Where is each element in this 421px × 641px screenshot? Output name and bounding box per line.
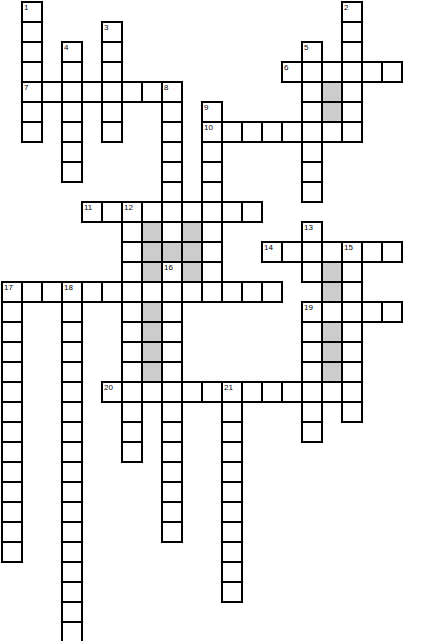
clue-number-7: 7 bbox=[24, 83, 28, 92]
cell-c1-r6[interactable] bbox=[21, 121, 43, 143]
cell-c11-r6[interactable] bbox=[221, 121, 243, 143]
cell-c5-r2[interactable] bbox=[101, 41, 123, 63]
cell-c6-r10[interactable]: 12 bbox=[121, 201, 143, 223]
cell-c16-r12[interactable] bbox=[321, 241, 343, 263]
shaded-cell-c9-r11 bbox=[181, 221, 203, 243]
cell-c6-r17[interactable] bbox=[121, 341, 143, 363]
cell-c18-r12[interactable] bbox=[361, 241, 383, 263]
cell-c15-r8[interactable] bbox=[301, 161, 323, 183]
cell-c17-r12[interactable]: 15 bbox=[341, 241, 363, 263]
clue-number-11: 11 bbox=[84, 203, 92, 212]
cell-c11-r27[interactable] bbox=[221, 541, 243, 563]
clue-number-10: 10 bbox=[204, 123, 213, 132]
cell-c10-r9[interactable] bbox=[201, 181, 223, 203]
cell-c1-r3[interactable] bbox=[21, 61, 43, 83]
cell-c3-r26[interactable] bbox=[61, 521, 83, 543]
cell-c17-r17[interactable] bbox=[341, 341, 363, 363]
cell-c15-r18[interactable] bbox=[301, 361, 323, 383]
cell-c17-r20[interactable] bbox=[341, 401, 363, 423]
cell-c15-r7[interactable] bbox=[301, 141, 323, 163]
cell-c17-r19[interactable] bbox=[341, 381, 363, 403]
cell-c4-r14[interactable] bbox=[81, 281, 103, 303]
cell-c3-r29[interactable] bbox=[61, 581, 83, 603]
cell-c11-r10[interactable] bbox=[221, 201, 243, 223]
cell-c8-r6[interactable] bbox=[161, 121, 183, 143]
cell-c3-r21[interactable] bbox=[61, 421, 83, 443]
cell-c0-r26[interactable] bbox=[1, 521, 23, 543]
cell-c10-r5[interactable]: 9 bbox=[201, 101, 223, 123]
shaded-cell-c9-r12 bbox=[181, 241, 203, 263]
cell-c7-r19[interactable] bbox=[141, 381, 163, 403]
cell-c15-r6[interactable] bbox=[301, 121, 323, 143]
cell-c8-r9[interactable] bbox=[161, 181, 183, 203]
cell-c15-r17[interactable] bbox=[301, 341, 323, 363]
cell-c7-r4[interactable] bbox=[141, 81, 163, 103]
cell-c8-r10[interactable] bbox=[161, 201, 183, 223]
cell-c15-r5[interactable] bbox=[301, 101, 323, 123]
cell-c17-r3[interactable] bbox=[341, 61, 363, 83]
cell-c2-r4[interactable] bbox=[41, 81, 63, 103]
cell-c12-r6[interactable] bbox=[241, 121, 263, 143]
cell-c11-r20[interactable] bbox=[221, 401, 243, 423]
cell-c8-r25[interactable] bbox=[161, 501, 183, 523]
cell-c12-r14[interactable] bbox=[241, 281, 263, 303]
cell-c1-r14[interactable] bbox=[21, 281, 43, 303]
cell-c1-r2[interactable] bbox=[21, 41, 43, 63]
cell-c17-r2[interactable] bbox=[341, 41, 363, 63]
cell-c17-r13[interactable] bbox=[341, 261, 363, 283]
cell-c3-r14[interactable]: 18 bbox=[61, 281, 83, 303]
cell-c17-r18[interactable] bbox=[341, 361, 363, 383]
cell-c13-r14[interactable] bbox=[261, 281, 283, 303]
cell-c1-r1[interactable] bbox=[21, 21, 43, 43]
cell-c6-r18[interactable] bbox=[121, 361, 143, 383]
cell-c11-r24[interactable] bbox=[221, 481, 243, 503]
cell-c15-r12[interactable] bbox=[301, 241, 323, 263]
clue-number-17: 17 bbox=[4, 283, 13, 292]
cell-c8-r26[interactable] bbox=[161, 521, 183, 543]
cell-c8-r4[interactable]: 8 bbox=[161, 81, 183, 103]
cell-c17-r6[interactable] bbox=[341, 121, 363, 143]
cell-c15-r16[interactable] bbox=[301, 321, 323, 343]
cell-c9-r10[interactable] bbox=[181, 201, 203, 223]
cell-c6-r15[interactable] bbox=[121, 301, 143, 323]
cell-c6-r4[interactable] bbox=[121, 81, 143, 103]
cell-c3-r15[interactable] bbox=[61, 301, 83, 323]
clue-number-2: 2 bbox=[344, 3, 348, 12]
cell-c5-r6[interactable] bbox=[101, 121, 123, 143]
clue-number-4: 4 bbox=[64, 43, 68, 52]
cell-c0-r25[interactable] bbox=[1, 501, 23, 523]
shaded-cell-c7-r17 bbox=[141, 341, 163, 363]
cell-c19-r12[interactable] bbox=[381, 241, 403, 263]
cell-c0-r22[interactable] bbox=[1, 441, 23, 463]
cell-c5-r4[interactable] bbox=[101, 81, 123, 103]
cell-c19-r3[interactable] bbox=[381, 61, 403, 83]
cell-c11-r25[interactable] bbox=[221, 501, 243, 523]
clue-number-6: 6 bbox=[284, 63, 288, 72]
cell-c14-r6[interactable] bbox=[281, 121, 303, 143]
cell-c6-r12[interactable] bbox=[121, 241, 143, 263]
cell-c17-r16[interactable] bbox=[341, 321, 363, 343]
cell-c5-r19[interactable]: 20 bbox=[101, 381, 123, 403]
cell-c5-r10[interactable] bbox=[101, 201, 123, 223]
cell-c0-r18[interactable] bbox=[1, 361, 23, 383]
cell-c3-r3[interactable] bbox=[61, 61, 83, 83]
cell-c2-r14[interactable] bbox=[41, 281, 63, 303]
cell-c3-r16[interactable] bbox=[61, 321, 83, 343]
clue-number-19: 19 bbox=[304, 303, 313, 312]
cell-c3-r24[interactable] bbox=[61, 481, 83, 503]
cell-c17-r15[interactable] bbox=[341, 301, 363, 323]
cell-c8-r24[interactable] bbox=[161, 481, 183, 503]
cell-c0-r19[interactable] bbox=[1, 381, 23, 403]
cell-c11-r22[interactable] bbox=[221, 441, 243, 463]
cell-c15-r21[interactable] bbox=[301, 421, 323, 443]
cell-c10-r19[interactable] bbox=[201, 381, 223, 403]
shaded-cell-c7-r11 bbox=[141, 221, 163, 243]
cell-c12-r10[interactable] bbox=[241, 201, 263, 223]
cell-c8-r22[interactable] bbox=[161, 441, 183, 463]
cell-c6-r11[interactable] bbox=[121, 221, 143, 243]
cell-c3-r30[interactable] bbox=[61, 601, 83, 623]
cell-c8-r21[interactable] bbox=[161, 421, 183, 443]
cell-c11-r21[interactable] bbox=[221, 421, 243, 443]
cell-c3-r31[interactable] bbox=[61, 621, 83, 641]
cell-c1-r0[interactable]: 1 bbox=[21, 1, 43, 23]
cell-c15-r11[interactable]: 13 bbox=[301, 221, 323, 243]
cell-c13-r19[interactable] bbox=[261, 381, 283, 403]
cell-c10-r13[interactable] bbox=[201, 261, 223, 283]
shaded-cell-c7-r12 bbox=[141, 241, 163, 263]
cell-c13-r12[interactable]: 14 bbox=[261, 241, 283, 263]
shaded-cell-c16-r17 bbox=[321, 341, 343, 363]
clue-number-20: 20 bbox=[104, 383, 113, 392]
cell-c10-r12[interactable] bbox=[201, 241, 223, 263]
cell-c15-r15[interactable]: 19 bbox=[301, 301, 323, 323]
cell-c1-r5[interactable] bbox=[21, 101, 43, 123]
cell-c3-r19[interactable] bbox=[61, 381, 83, 403]
clue-number-18: 18 bbox=[64, 283, 73, 292]
cell-c3-r23[interactable] bbox=[61, 461, 83, 483]
cell-c6-r22[interactable] bbox=[121, 441, 143, 463]
cell-c9-r14[interactable] bbox=[181, 281, 203, 303]
shaded-cell-c7-r15 bbox=[141, 301, 163, 323]
cell-c8-r17[interactable] bbox=[161, 341, 183, 363]
cell-c3-r20[interactable] bbox=[61, 401, 83, 423]
cell-c6-r16[interactable] bbox=[121, 321, 143, 343]
cell-c0-r24[interactable] bbox=[1, 481, 23, 503]
cell-c6-r13[interactable] bbox=[121, 261, 143, 283]
shaded-cell-c16-r14 bbox=[321, 281, 343, 303]
cell-c10-r6[interactable]: 10 bbox=[201, 121, 223, 143]
cell-c5-r5[interactable] bbox=[101, 101, 123, 123]
shaded-cell-c7-r13 bbox=[141, 261, 163, 283]
cell-c17-r0[interactable]: 2 bbox=[341, 1, 363, 23]
cell-c16-r6[interactable] bbox=[321, 121, 343, 143]
cell-c0-r27[interactable] bbox=[1, 541, 23, 563]
cell-c0-r15[interactable] bbox=[1, 301, 23, 323]
cell-c11-r29[interactable] bbox=[221, 581, 243, 603]
cell-c14-r12[interactable] bbox=[281, 241, 303, 263]
cell-c16-r3[interactable] bbox=[321, 61, 343, 83]
clue-number-12: 12 bbox=[124, 203, 133, 212]
shaded-cell-c16-r4 bbox=[321, 81, 343, 103]
cell-c11-r26[interactable] bbox=[221, 521, 243, 543]
cell-c3-r17[interactable] bbox=[61, 341, 83, 363]
shaded-cell-c8-r12 bbox=[161, 241, 183, 263]
cell-c3-r27[interactable] bbox=[61, 541, 83, 563]
clue-number-14: 14 bbox=[264, 243, 273, 252]
cell-c10-r10[interactable] bbox=[201, 201, 223, 223]
cell-c18-r15[interactable] bbox=[361, 301, 383, 323]
cell-c3-r5[interactable] bbox=[61, 101, 83, 123]
cell-c15-r3[interactable] bbox=[301, 61, 323, 83]
clue-number-15: 15 bbox=[344, 243, 353, 252]
clue-number-21: 21 bbox=[224, 383, 233, 392]
clue-number-1: 1 bbox=[24, 3, 28, 12]
cell-c1-r4[interactable]: 7 bbox=[21, 81, 43, 103]
cell-c13-r6[interactable] bbox=[261, 121, 283, 143]
cell-c8-r14[interactable] bbox=[161, 281, 183, 303]
cell-c18-r3[interactable] bbox=[361, 61, 383, 83]
cell-c7-r10[interactable] bbox=[141, 201, 163, 223]
cell-c15-r2[interactable]: 5 bbox=[301, 41, 323, 63]
cell-c5-r1[interactable]: 3 bbox=[101, 21, 123, 43]
cell-c3-r4[interactable] bbox=[61, 81, 83, 103]
cell-c6-r19[interactable] bbox=[121, 381, 143, 403]
cell-c8-r23[interactable] bbox=[161, 461, 183, 483]
cell-c8-r19[interactable] bbox=[161, 381, 183, 403]
cell-c11-r19[interactable]: 21 bbox=[221, 381, 243, 403]
cell-c4-r10[interactable]: 11 bbox=[81, 201, 103, 223]
cell-c4-r4[interactable] bbox=[81, 81, 103, 103]
shaded-cell-c7-r16 bbox=[141, 321, 163, 343]
cell-c8-r16[interactable] bbox=[161, 321, 183, 343]
cell-c10-r11[interactable] bbox=[201, 221, 223, 243]
clue-number-16: 16 bbox=[164, 263, 173, 272]
cell-c3-r8[interactable] bbox=[61, 161, 83, 183]
clue-number-13: 13 bbox=[304, 223, 313, 232]
cell-c10-r7[interactable] bbox=[201, 141, 223, 163]
cell-c5-r14[interactable] bbox=[101, 281, 123, 303]
shaded-cell-c16-r16 bbox=[321, 321, 343, 343]
cell-c10-r14[interactable] bbox=[201, 281, 223, 303]
cell-c11-r23[interactable] bbox=[221, 461, 243, 483]
cell-c14-r3[interactable]: 6 bbox=[281, 61, 303, 83]
cell-c17-r4[interactable] bbox=[341, 81, 363, 103]
cell-c6-r20[interactable] bbox=[121, 401, 143, 423]
cell-c17-r5[interactable] bbox=[341, 101, 363, 123]
cell-c8-r15[interactable] bbox=[161, 301, 183, 323]
cell-c15-r19[interactable] bbox=[301, 381, 323, 403]
cell-c8-r8[interactable] bbox=[161, 161, 183, 183]
cell-c0-r20[interactable] bbox=[1, 401, 23, 423]
shaded-cell-c7-r18 bbox=[141, 361, 163, 383]
shaded-cell-c16-r13 bbox=[321, 261, 343, 283]
shaded-cell-c16-r18 bbox=[321, 361, 343, 383]
cell-c6-r21[interactable] bbox=[121, 421, 143, 443]
cell-c11-r28[interactable] bbox=[221, 561, 243, 583]
shaded-cell-c9-r13 bbox=[181, 261, 203, 283]
cell-c7-r14[interactable] bbox=[141, 281, 163, 303]
cell-c12-r19[interactable] bbox=[241, 381, 263, 403]
clue-number-9: 9 bbox=[204, 103, 208, 112]
cell-c0-r17[interactable] bbox=[1, 341, 23, 363]
cell-c8-r5[interactable] bbox=[161, 101, 183, 123]
clue-number-5: 5 bbox=[304, 43, 308, 52]
cell-c14-r19[interactable] bbox=[281, 381, 303, 403]
cell-c11-r14[interactable] bbox=[221, 281, 243, 303]
cell-c6-r14[interactable] bbox=[121, 281, 143, 303]
cell-c8-r11[interactable] bbox=[161, 221, 183, 243]
crossword-page: { "game": "crossword", "grid": { "cols":… bbox=[0, 0, 421, 641]
cell-c8-r7[interactable] bbox=[161, 141, 183, 163]
cell-c17-r1[interactable] bbox=[341, 21, 363, 43]
cell-c0-r23[interactable] bbox=[1, 461, 23, 483]
cell-c10-r8[interactable] bbox=[201, 161, 223, 183]
cell-c9-r19[interactable] bbox=[181, 381, 203, 403]
cell-c3-r22[interactable] bbox=[61, 441, 83, 463]
cell-c15-r13[interactable] bbox=[301, 261, 323, 283]
cell-c8-r13[interactable]: 16 bbox=[161, 261, 183, 283]
cell-c3-r28[interactable] bbox=[61, 561, 83, 583]
crossword-grid: 123456789101112131415161718192021 bbox=[0, 0, 404, 641]
cell-c5-r3[interactable] bbox=[101, 61, 123, 83]
cell-c3-r25[interactable] bbox=[61, 501, 83, 523]
cell-c0-r21[interactable] bbox=[1, 421, 23, 443]
cell-c17-r14[interactable] bbox=[341, 281, 363, 303]
clue-number-8: 8 bbox=[164, 83, 168, 92]
cell-c15-r4[interactable] bbox=[301, 81, 323, 103]
cell-c3-r7[interactable] bbox=[61, 141, 83, 163]
cell-c8-r18[interactable] bbox=[161, 361, 183, 383]
cell-c0-r14[interactable]: 17 bbox=[1, 281, 23, 303]
cell-c19-r15[interactable] bbox=[381, 301, 403, 323]
cell-c8-r20[interactable] bbox=[161, 401, 183, 423]
cell-c16-r15[interactable] bbox=[321, 301, 343, 323]
cell-c15-r20[interactable] bbox=[301, 401, 323, 423]
cell-c3-r2[interactable]: 4 bbox=[61, 41, 83, 63]
cell-c16-r19[interactable] bbox=[321, 381, 343, 403]
clue-number-3: 3 bbox=[104, 23, 108, 32]
cell-c15-r9[interactable] bbox=[301, 181, 323, 203]
cell-c3-r6[interactable] bbox=[61, 121, 83, 143]
cell-c0-r16[interactable] bbox=[1, 321, 23, 343]
cell-c3-r18[interactable] bbox=[61, 361, 83, 383]
shaded-cell-c16-r5 bbox=[321, 101, 343, 123]
